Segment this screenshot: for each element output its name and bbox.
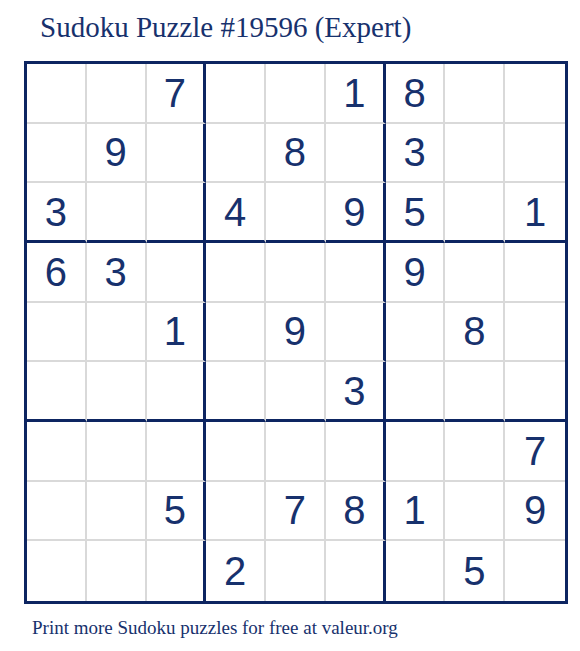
sudoku-cell-r3c9[interactable]: 1 (505, 183, 565, 243)
sudoku-cell-r5c4[interactable] (206, 303, 266, 363)
sudoku-cell-r7c1[interactable] (27, 422, 87, 482)
sudoku-cell-r9c6[interactable] (326, 541, 386, 601)
sudoku-cell-r8c8[interactable] (445, 482, 505, 542)
sudoku-cell-r8c9[interactable]: 9 (505, 482, 565, 542)
sudoku-cell-r3c5[interactable] (266, 183, 326, 243)
sudoku-cell-r5c7[interactable] (386, 303, 446, 363)
sudoku-cell-r5c1[interactable] (27, 303, 87, 363)
sudoku-cell-r1c4[interactable] (206, 64, 266, 124)
sudoku-cell-r2c6[interactable] (326, 124, 386, 184)
sudoku-cell-r5c2[interactable] (87, 303, 147, 363)
sudoku-cell-r3c7[interactable]: 5 (386, 183, 446, 243)
sudoku-cell-r4c2[interactable]: 3 (87, 243, 147, 303)
sudoku-cell-r6c5[interactable] (266, 362, 326, 422)
sudoku-cell-r2c9[interactable] (505, 124, 565, 184)
sudoku-grid: 71898334951639198375781925 (24, 61, 568, 604)
sudoku-cell-r4c3[interactable] (147, 243, 207, 303)
sudoku-cell-r6c6[interactable]: 3 (326, 362, 386, 422)
sudoku-cell-r1c8[interactable] (445, 64, 505, 124)
sudoku-cell-r7c3[interactable] (147, 422, 207, 482)
sudoku-cell-r1c1[interactable] (27, 64, 87, 124)
sudoku-cell-r2c3[interactable] (147, 124, 207, 184)
sudoku-cell-r3c6[interactable]: 9 (326, 183, 386, 243)
sudoku-cell-r6c4[interactable] (206, 362, 266, 422)
sudoku-cell-r5c6[interactable] (326, 303, 386, 363)
sudoku-cell-r4c8[interactable] (445, 243, 505, 303)
sudoku-cell-r2c5[interactable]: 8 (266, 124, 326, 184)
sudoku-cell-r2c7[interactable]: 3 (386, 124, 446, 184)
sudoku-cell-r6c8[interactable] (445, 362, 505, 422)
sudoku-cell-r1c6[interactable]: 1 (326, 64, 386, 124)
sudoku-cell-r7c7[interactable] (386, 422, 446, 482)
sudoku-cell-r6c2[interactable] (87, 362, 147, 422)
sudoku-cell-r4c4[interactable] (206, 243, 266, 303)
sudoku-cell-r7c9[interactable]: 7 (505, 422, 565, 482)
sudoku-cell-r1c7[interactable]: 8 (386, 64, 446, 124)
sudoku-cell-r4c6[interactable] (326, 243, 386, 303)
sudoku-cell-r9c9[interactable] (505, 541, 565, 601)
sudoku-cell-r8c4[interactable] (206, 482, 266, 542)
sudoku-cell-r8c5[interactable]: 7 (266, 482, 326, 542)
sudoku-cell-r5c9[interactable] (505, 303, 565, 363)
sudoku-cell-r9c8[interactable]: 5 (445, 541, 505, 601)
sudoku-cell-r2c1[interactable] (27, 124, 87, 184)
sudoku-cell-r4c1[interactable]: 6 (27, 243, 87, 303)
sudoku-cell-r5c3[interactable]: 1 (147, 303, 207, 363)
sudoku-cell-r1c2[interactable] (87, 64, 147, 124)
sudoku-cell-r9c3[interactable] (147, 541, 207, 601)
sudoku-cell-r9c7[interactable] (386, 541, 446, 601)
sudoku-cell-r5c5[interactable]: 9 (266, 303, 326, 363)
sudoku-cell-r4c9[interactable] (505, 243, 565, 303)
sudoku-cell-r8c1[interactable] (27, 482, 87, 542)
sudoku-cell-r1c5[interactable] (266, 64, 326, 124)
sudoku-cell-r9c2[interactable] (87, 541, 147, 601)
sudoku-cell-r6c1[interactable] (27, 362, 87, 422)
sudoku-cell-r6c3[interactable] (147, 362, 207, 422)
sudoku-cell-r9c1[interactable] (27, 541, 87, 601)
sudoku-cell-r9c4[interactable]: 2 (206, 541, 266, 601)
sudoku-cell-r8c2[interactable] (87, 482, 147, 542)
sudoku-cell-r2c2[interactable]: 9 (87, 124, 147, 184)
sudoku-cell-r9c5[interactable] (266, 541, 326, 601)
footer-note: Print more Sudoku puzzles for free at va… (32, 617, 398, 639)
sudoku-cell-r7c5[interactable] (266, 422, 326, 482)
sudoku-cell-r7c4[interactable] (206, 422, 266, 482)
sudoku-cell-r2c8[interactable] (445, 124, 505, 184)
sudoku-cell-r8c7[interactable]: 1 (386, 482, 446, 542)
sudoku-cell-r1c3[interactable]: 7 (147, 64, 207, 124)
sudoku-cell-r7c6[interactable] (326, 422, 386, 482)
sudoku-cell-r3c1[interactable]: 3 (27, 183, 87, 243)
sudoku-cell-r6c7[interactable] (386, 362, 446, 422)
sudoku-cell-r5c8[interactable]: 8 (445, 303, 505, 363)
sudoku-cell-r8c6[interactable]: 8 (326, 482, 386, 542)
sudoku-cell-r2c4[interactable] (206, 124, 266, 184)
sudoku-cell-r7c2[interactable] (87, 422, 147, 482)
sudoku-cell-r7c8[interactable] (445, 422, 505, 482)
sudoku-cell-r3c2[interactable] (87, 183, 147, 243)
sudoku-cell-r3c3[interactable] (147, 183, 207, 243)
puzzle-title: Sudoku Puzzle #19596 (Expert) (40, 11, 411, 44)
sudoku-cell-r8c3[interactable]: 5 (147, 482, 207, 542)
sudoku-cell-r6c9[interactable] (505, 362, 565, 422)
sudoku-cell-r4c7[interactable]: 9 (386, 243, 446, 303)
sudoku-cell-r1c9[interactable] (505, 64, 565, 124)
sudoku-cell-r3c8[interactable] (445, 183, 505, 243)
sudoku-cell-r4c5[interactable] (266, 243, 326, 303)
sudoku-cell-r3c4[interactable]: 4 (206, 183, 266, 243)
